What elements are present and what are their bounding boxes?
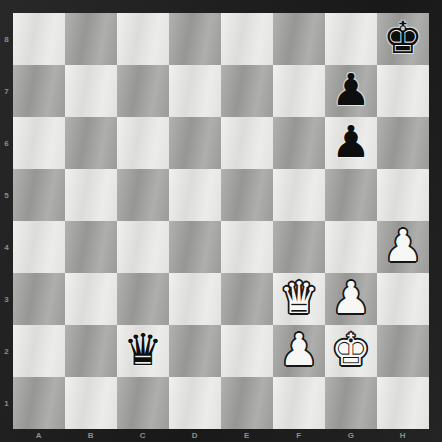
file-label-g: G <box>325 429 377 442</box>
square-f8[interactable] <box>273 13 325 65</box>
square-e5[interactable] <box>221 169 273 221</box>
square-e3[interactable] <box>221 273 273 325</box>
square-c4[interactable] <box>117 221 169 273</box>
square-h8[interactable]: ♚ <box>377 13 429 65</box>
piece-black-pawn-g7[interactable]: ♟ <box>331 65 370 116</box>
square-d7[interactable] <box>169 65 221 117</box>
square-c3[interactable] <box>117 273 169 325</box>
square-h6[interactable] <box>377 117 429 169</box>
square-c7[interactable] <box>117 65 169 117</box>
square-e1[interactable] <box>221 377 273 429</box>
square-a1[interactable] <box>13 377 65 429</box>
square-d8[interactable] <box>169 13 221 65</box>
square-g7[interactable]: ♟ <box>325 65 377 117</box>
square-b7[interactable] <box>65 65 117 117</box>
file-label-c: C <box>117 429 169 442</box>
square-e6[interactable] <box>221 117 273 169</box>
file-label-e: E <box>221 429 273 442</box>
square-d1[interactable] <box>169 377 221 429</box>
rank-label-8: 8 <box>0 13 13 65</box>
piece-white-pawn-g3[interactable]: ♟ <box>331 273 370 324</box>
rank-label-2: 2 <box>0 325 13 377</box>
rank-label-5: 5 <box>0 169 13 221</box>
square-c6[interactable] <box>117 117 169 169</box>
square-d2[interactable] <box>169 325 221 377</box>
piece-black-pawn-g6[interactable]: ♟ <box>331 117 370 168</box>
square-g4[interactable] <box>325 221 377 273</box>
piece-black-king-h8[interactable]: ♚ <box>383 13 422 64</box>
square-a7[interactable] <box>13 65 65 117</box>
square-h7[interactable] <box>377 65 429 117</box>
square-d4[interactable] <box>169 221 221 273</box>
file-label-b: B <box>65 429 117 442</box>
square-c2[interactable]: ♛ <box>117 325 169 377</box>
piece-white-pawn-h4[interactable]: ♟ <box>383 221 422 272</box>
square-b2[interactable] <box>65 325 117 377</box>
square-a8[interactable] <box>13 13 65 65</box>
square-h1[interactable] <box>377 377 429 429</box>
rank-label-3: 3 <box>0 273 13 325</box>
square-f4[interactable] <box>273 221 325 273</box>
square-b4[interactable] <box>65 221 117 273</box>
square-g2[interactable]: ♚ <box>325 325 377 377</box>
chess-board: ♚♟♟♟♛♟♛♟♚ <box>13 13 429 429</box>
piece-white-king-g2[interactable]: ♚ <box>331 325 370 376</box>
square-h5[interactable] <box>377 169 429 221</box>
square-g5[interactable] <box>325 169 377 221</box>
square-a4[interactable] <box>13 221 65 273</box>
square-f6[interactable] <box>273 117 325 169</box>
square-b3[interactable] <box>65 273 117 325</box>
square-d3[interactable] <box>169 273 221 325</box>
square-a2[interactable] <box>13 325 65 377</box>
square-b8[interactable] <box>65 13 117 65</box>
square-c5[interactable] <box>117 169 169 221</box>
rank-label-6: 6 <box>0 117 13 169</box>
square-a5[interactable] <box>13 169 65 221</box>
square-g6[interactable]: ♟ <box>325 117 377 169</box>
square-g1[interactable] <box>325 377 377 429</box>
square-d6[interactable] <box>169 117 221 169</box>
rank-label-7: 7 <box>0 65 13 117</box>
square-b5[interactable] <box>65 169 117 221</box>
piece-black-queen-c2[interactable]: ♛ <box>123 325 162 376</box>
square-h3[interactable] <box>377 273 429 325</box>
square-a6[interactable] <box>13 117 65 169</box>
square-e8[interactable] <box>221 13 273 65</box>
square-f3[interactable]: ♛ <box>273 273 325 325</box>
square-g8[interactable] <box>325 13 377 65</box>
file-label-f: F <box>273 429 325 442</box>
rank-label-4: 4 <box>0 221 13 273</box>
square-c8[interactable] <box>117 13 169 65</box>
square-a3[interactable] <box>13 273 65 325</box>
square-b6[interactable] <box>65 117 117 169</box>
square-h4[interactable]: ♟ <box>377 221 429 273</box>
square-e4[interactable] <box>221 221 273 273</box>
chess-board-frame: ♚♟♟♟♛♟♛♟♚ 87654321ABCDEFGH <box>0 0 442 442</box>
piece-white-queen-f3[interactable]: ♛ <box>279 273 318 324</box>
file-label-h: H <box>377 429 429 442</box>
square-f7[interactable] <box>273 65 325 117</box>
square-f5[interactable] <box>273 169 325 221</box>
square-d5[interactable] <box>169 169 221 221</box>
square-f2[interactable]: ♟ <box>273 325 325 377</box>
square-h2[interactable] <box>377 325 429 377</box>
square-e7[interactable] <box>221 65 273 117</box>
file-label-d: D <box>169 429 221 442</box>
square-c1[interactable] <box>117 377 169 429</box>
square-e2[interactable] <box>221 325 273 377</box>
rank-label-1: 1 <box>0 377 13 429</box>
file-label-a: A <box>13 429 65 442</box>
square-g3[interactable]: ♟ <box>325 273 377 325</box>
square-f1[interactable] <box>273 377 325 429</box>
piece-white-pawn-f2[interactable]: ♟ <box>279 325 318 376</box>
square-b1[interactable] <box>65 377 117 429</box>
